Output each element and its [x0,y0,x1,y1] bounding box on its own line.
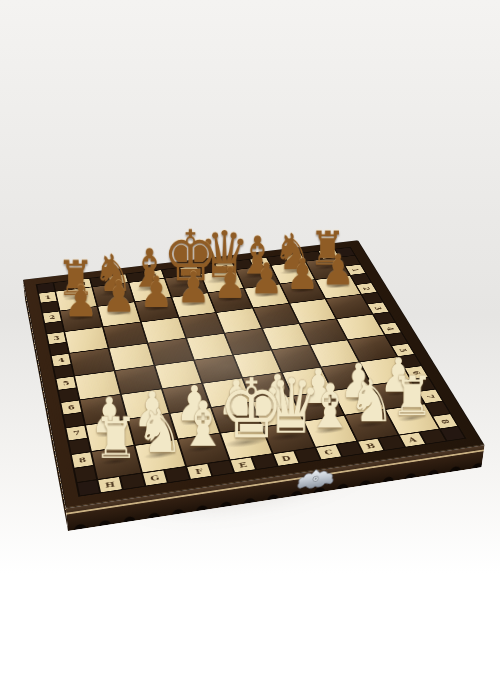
coord-left-6-spacer [64,413,84,427]
coord-far-f-label: F [145,270,164,280]
coord-left-7-label: 7 [66,426,87,441]
coord-front-d-spacer [295,448,320,462]
coord-front-f-spacer [209,461,233,476]
coord-front-g-spacer [165,467,189,482]
coord-left-7-spacer [69,439,90,454]
coord-left-2: 2 [43,312,63,334]
chess-board: HGFEDCBA1122334455667788HGFEDCBA ♜♞♝♛♚♝♞… [23,240,485,508]
frame-corner-cell [78,480,100,495]
coord-left-8-label: 8 [72,452,93,467]
photo-canvas: HGFEDCBA1122334455667788HGFEDCBA ♜♞♝♛♚♝♞… [0,0,500,700]
coord-front-e-label: E [231,458,255,473]
coord-front-g-label: G [143,470,167,485]
coord-front-f-label: F [187,464,211,479]
coord-left-6-label: 6 [61,401,81,415]
coord-left-1: 1 [39,292,59,313]
coord-front-h-spacer [121,474,145,489]
coord-front-e-spacer [252,454,276,469]
coord-left-8-spacer [75,466,96,482]
coord-front-c-spacer [337,442,362,456]
coord-front-h-label: H [98,477,122,492]
coord-left-3-spacer [50,343,69,355]
coord-front-d-label: D [274,451,298,465]
coord-front-c-label: C [316,445,341,459]
